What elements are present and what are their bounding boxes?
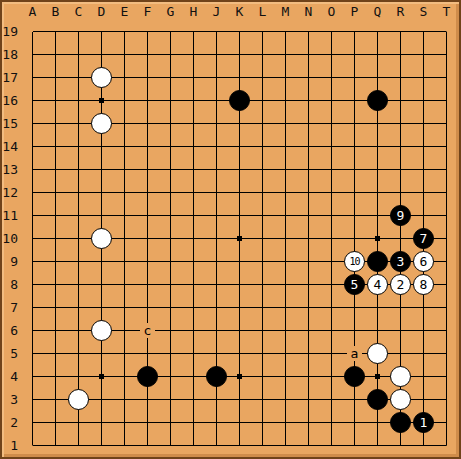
intersection-B4[interactable]	[44, 365, 67, 388]
intersection-K1[interactable]	[228, 434, 251, 457]
intersection-H16[interactable]	[182, 89, 205, 112]
intersection-R1[interactable]	[389, 434, 412, 457]
intersection-J2[interactable]	[205, 411, 228, 434]
intersection-C13[interactable]	[67, 158, 90, 181]
intersection-R11[interactable]: 9	[389, 204, 412, 227]
intersection-O16[interactable]	[320, 89, 343, 112]
intersection-Q1[interactable]	[366, 434, 389, 457]
intersection-O10[interactable]	[320, 227, 343, 250]
intersection-O12[interactable]	[320, 181, 343, 204]
intersection-J16[interactable]	[205, 89, 228, 112]
intersection-S10[interactable]: 7	[412, 227, 435, 250]
intersection-N6[interactable]	[297, 319, 320, 342]
intersection-F14[interactable]	[136, 135, 159, 158]
intersection-L11[interactable]	[251, 204, 274, 227]
intersection-N4[interactable]	[297, 365, 320, 388]
intersection-T8[interactable]	[435, 273, 458, 296]
intersection-L3[interactable]	[251, 388, 274, 411]
intersection-A19[interactable]	[21, 20, 44, 43]
intersection-A12[interactable]	[21, 181, 44, 204]
intersection-P15[interactable]	[343, 112, 366, 135]
intersection-K9[interactable]	[228, 250, 251, 273]
intersection-L4[interactable]	[251, 365, 274, 388]
intersection-R13[interactable]	[389, 158, 412, 181]
intersection-L14[interactable]	[251, 135, 274, 158]
intersection-B9[interactable]	[44, 250, 67, 273]
intersection-J15[interactable]	[205, 112, 228, 135]
intersection-D7[interactable]	[90, 296, 113, 319]
intersection-N18[interactable]	[297, 43, 320, 66]
intersection-B5[interactable]	[44, 342, 67, 365]
intersection-F12[interactable]	[136, 181, 159, 204]
intersection-R15[interactable]	[389, 112, 412, 135]
intersection-F17[interactable]	[136, 66, 159, 89]
intersection-P6[interactable]	[343, 319, 366, 342]
intersection-R10[interactable]	[389, 227, 412, 250]
intersection-K2[interactable]	[228, 411, 251, 434]
intersection-D2[interactable]	[90, 411, 113, 434]
intersection-T5[interactable]	[435, 342, 458, 365]
intersection-A2[interactable]	[21, 411, 44, 434]
intersection-B1[interactable]	[44, 434, 67, 457]
intersection-E9[interactable]	[113, 250, 136, 273]
intersection-A7[interactable]	[21, 296, 44, 319]
intersection-M4[interactable]	[274, 365, 297, 388]
intersection-H17[interactable]	[182, 66, 205, 89]
intersection-C14[interactable]	[67, 135, 90, 158]
intersection-S1[interactable]	[412, 434, 435, 457]
intersection-P19[interactable]	[343, 20, 366, 43]
intersection-J3[interactable]	[205, 388, 228, 411]
intersection-P3[interactable]	[343, 388, 366, 411]
intersection-T10[interactable]	[435, 227, 458, 250]
intersection-D14[interactable]	[90, 135, 113, 158]
intersection-K10[interactable]	[228, 227, 251, 250]
intersection-O9[interactable]	[320, 250, 343, 273]
intersection-J8[interactable]	[205, 273, 228, 296]
intersection-O4[interactable]	[320, 365, 343, 388]
intersection-H19[interactable]	[182, 20, 205, 43]
intersection-O14[interactable]	[320, 135, 343, 158]
intersection-Q5[interactable]	[366, 342, 389, 365]
intersection-G15[interactable]	[159, 112, 182, 135]
intersection-T4[interactable]	[435, 365, 458, 388]
intersection-N16[interactable]	[297, 89, 320, 112]
intersection-T12[interactable]	[435, 181, 458, 204]
intersection-H2[interactable]	[182, 411, 205, 434]
intersection-C9[interactable]	[67, 250, 90, 273]
intersection-K15[interactable]	[228, 112, 251, 135]
intersection-G17[interactable]	[159, 66, 182, 89]
intersection-M2[interactable]	[274, 411, 297, 434]
intersection-K18[interactable]	[228, 43, 251, 66]
intersection-O6[interactable]	[320, 319, 343, 342]
intersection-G2[interactable]	[159, 411, 182, 434]
intersection-P14[interactable]	[343, 135, 366, 158]
intersection-S11[interactable]	[412, 204, 435, 227]
intersection-Q19[interactable]	[366, 20, 389, 43]
intersection-C3[interactable]	[67, 388, 90, 411]
intersection-T18[interactable]	[435, 43, 458, 66]
intersection-B7[interactable]	[44, 296, 67, 319]
intersection-C8[interactable]	[67, 273, 90, 296]
intersection-C11[interactable]	[67, 204, 90, 227]
intersection-D1[interactable]	[90, 434, 113, 457]
intersection-H13[interactable]	[182, 158, 205, 181]
intersection-F7[interactable]	[136, 296, 159, 319]
intersection-P9[interactable]: 10	[343, 250, 366, 273]
intersection-K17[interactable]	[228, 66, 251, 89]
intersection-Q9[interactable]	[366, 250, 389, 273]
intersection-L2[interactable]	[251, 411, 274, 434]
intersection-F4[interactable]	[136, 365, 159, 388]
intersection-B3[interactable]	[44, 388, 67, 411]
intersection-O1[interactable]	[320, 434, 343, 457]
intersection-L16[interactable]	[251, 89, 274, 112]
intersection-G13[interactable]	[159, 158, 182, 181]
intersection-E5[interactable]	[113, 342, 136, 365]
intersection-P16[interactable]	[343, 89, 366, 112]
intersection-H5[interactable]	[182, 342, 205, 365]
intersection-D16[interactable]	[90, 89, 113, 112]
intersection-E14[interactable]	[113, 135, 136, 158]
intersection-B16[interactable]	[44, 89, 67, 112]
intersection-Q17[interactable]	[366, 66, 389, 89]
intersection-B2[interactable]	[44, 411, 67, 434]
intersection-D15[interactable]	[90, 112, 113, 135]
intersection-N13[interactable]	[297, 158, 320, 181]
intersection-F19[interactable]	[136, 20, 159, 43]
intersection-D18[interactable]	[90, 43, 113, 66]
intersection-F6[interactable]: c	[136, 319, 159, 342]
intersection-P8[interactable]: 5	[343, 273, 366, 296]
intersection-S7[interactable]	[412, 296, 435, 319]
intersection-E17[interactable]	[113, 66, 136, 89]
intersection-J11[interactable]	[205, 204, 228, 227]
intersection-S3[interactable]	[412, 388, 435, 411]
intersection-H18[interactable]	[182, 43, 205, 66]
intersection-P7[interactable]	[343, 296, 366, 319]
intersection-K13[interactable]	[228, 158, 251, 181]
intersection-M14[interactable]	[274, 135, 297, 158]
intersection-J14[interactable]	[205, 135, 228, 158]
intersection-A8[interactable]	[21, 273, 44, 296]
intersection-F15[interactable]	[136, 112, 159, 135]
intersection-P4[interactable]	[343, 365, 366, 388]
intersection-A16[interactable]	[21, 89, 44, 112]
intersection-H6[interactable]	[182, 319, 205, 342]
intersection-K19[interactable]	[228, 20, 251, 43]
intersection-S9[interactable]: 6	[412, 250, 435, 273]
intersection-R14[interactable]	[389, 135, 412, 158]
intersection-L8[interactable]	[251, 273, 274, 296]
intersection-T3[interactable]	[435, 388, 458, 411]
intersection-A9[interactable]	[21, 250, 44, 273]
intersection-E7[interactable]	[113, 296, 136, 319]
intersection-P12[interactable]	[343, 181, 366, 204]
intersection-A3[interactable]	[21, 388, 44, 411]
intersection-N2[interactable]	[297, 411, 320, 434]
intersection-Q12[interactable]	[366, 181, 389, 204]
intersection-L7[interactable]	[251, 296, 274, 319]
intersection-M7[interactable]	[274, 296, 297, 319]
intersection-K4[interactable]	[228, 365, 251, 388]
intersection-O3[interactable]	[320, 388, 343, 411]
intersection-F13[interactable]	[136, 158, 159, 181]
intersection-E10[interactable]	[113, 227, 136, 250]
intersection-L5[interactable]	[251, 342, 274, 365]
intersection-A18[interactable]	[21, 43, 44, 66]
intersection-F1[interactable]	[136, 434, 159, 457]
intersection-T16[interactable]	[435, 89, 458, 112]
intersection-H12[interactable]	[182, 181, 205, 204]
intersection-D10[interactable]	[90, 227, 113, 250]
intersection-R7[interactable]	[389, 296, 412, 319]
intersection-Q3[interactable]	[366, 388, 389, 411]
intersection-B19[interactable]	[44, 20, 67, 43]
intersection-P11[interactable]	[343, 204, 366, 227]
intersection-Q18[interactable]	[366, 43, 389, 66]
intersection-A5[interactable]	[21, 342, 44, 365]
intersection-D3[interactable]	[90, 388, 113, 411]
intersection-S5[interactable]	[412, 342, 435, 365]
intersection-M8[interactable]	[274, 273, 297, 296]
intersection-K16[interactable]	[228, 89, 251, 112]
intersection-L19[interactable]	[251, 20, 274, 43]
intersection-K8[interactable]	[228, 273, 251, 296]
intersection-C6[interactable]	[67, 319, 90, 342]
intersection-N7[interactable]	[297, 296, 320, 319]
intersection-B17[interactable]	[44, 66, 67, 89]
intersection-J6[interactable]	[205, 319, 228, 342]
intersection-C5[interactable]	[67, 342, 90, 365]
intersection-D4[interactable]	[90, 365, 113, 388]
intersection-J13[interactable]	[205, 158, 228, 181]
intersection-R18[interactable]	[389, 43, 412, 66]
intersection-J7[interactable]	[205, 296, 228, 319]
intersection-S6[interactable]	[412, 319, 435, 342]
intersection-M1[interactable]	[274, 434, 297, 457]
intersection-J1[interactable]	[205, 434, 228, 457]
intersection-C12[interactable]	[67, 181, 90, 204]
intersection-E15[interactable]	[113, 112, 136, 135]
intersection-F11[interactable]	[136, 204, 159, 227]
intersection-H10[interactable]	[182, 227, 205, 250]
intersection-E1[interactable]	[113, 434, 136, 457]
intersection-Q10[interactable]	[366, 227, 389, 250]
intersection-G16[interactable]	[159, 89, 182, 112]
intersection-N14[interactable]	[297, 135, 320, 158]
intersection-O19[interactable]	[320, 20, 343, 43]
intersection-J5[interactable]	[205, 342, 228, 365]
intersection-H9[interactable]	[182, 250, 205, 273]
intersection-M9[interactable]	[274, 250, 297, 273]
intersection-B14[interactable]	[44, 135, 67, 158]
intersection-D5[interactable]	[90, 342, 113, 365]
intersection-O2[interactable]	[320, 411, 343, 434]
intersection-M16[interactable]	[274, 89, 297, 112]
intersection-L18[interactable]	[251, 43, 274, 66]
intersection-N1[interactable]	[297, 434, 320, 457]
intersection-L1[interactable]	[251, 434, 274, 457]
intersection-P2[interactable]	[343, 411, 366, 434]
intersection-B18[interactable]	[44, 43, 67, 66]
intersection-K7[interactable]	[228, 296, 251, 319]
intersection-Q7[interactable]	[366, 296, 389, 319]
intersection-P1[interactable]	[343, 434, 366, 457]
intersection-R8[interactable]: 2	[389, 273, 412, 296]
intersection-B13[interactable]	[44, 158, 67, 181]
intersection-M17[interactable]	[274, 66, 297, 89]
intersection-F2[interactable]	[136, 411, 159, 434]
intersection-O5[interactable]	[320, 342, 343, 365]
intersection-O18[interactable]	[320, 43, 343, 66]
intersection-G9[interactable]	[159, 250, 182, 273]
intersection-H7[interactable]	[182, 296, 205, 319]
intersection-G1[interactable]	[159, 434, 182, 457]
intersection-D9[interactable]	[90, 250, 113, 273]
intersection-H1[interactable]	[182, 434, 205, 457]
intersection-G10[interactable]	[159, 227, 182, 250]
intersection-C7[interactable]	[67, 296, 90, 319]
intersection-N12[interactable]	[297, 181, 320, 204]
intersection-G4[interactable]	[159, 365, 182, 388]
intersection-G8[interactable]	[159, 273, 182, 296]
intersection-R4[interactable]	[389, 365, 412, 388]
intersection-E3[interactable]	[113, 388, 136, 411]
intersection-F8[interactable]	[136, 273, 159, 296]
intersection-N10[interactable]	[297, 227, 320, 250]
intersection-M12[interactable]	[274, 181, 297, 204]
intersection-D11[interactable]	[90, 204, 113, 227]
intersection-E18[interactable]	[113, 43, 136, 66]
intersection-G7[interactable]	[159, 296, 182, 319]
intersection-E19[interactable]	[113, 20, 136, 43]
intersection-D12[interactable]	[90, 181, 113, 204]
intersection-M11[interactable]	[274, 204, 297, 227]
intersection-Q15[interactable]	[366, 112, 389, 135]
intersection-R19[interactable]	[389, 20, 412, 43]
intersection-N5[interactable]	[297, 342, 320, 365]
intersection-J9[interactable]	[205, 250, 228, 273]
intersection-H14[interactable]	[182, 135, 205, 158]
intersection-S19[interactable]	[412, 20, 435, 43]
intersection-Q14[interactable]	[366, 135, 389, 158]
intersection-K14[interactable]	[228, 135, 251, 158]
intersection-Q6[interactable]	[366, 319, 389, 342]
intersection-N9[interactable]	[297, 250, 320, 273]
intersection-T11[interactable]	[435, 204, 458, 227]
intersection-O15[interactable]	[320, 112, 343, 135]
intersection-H4[interactable]	[182, 365, 205, 388]
intersection-J10[interactable]	[205, 227, 228, 250]
intersection-M19[interactable]	[274, 20, 297, 43]
intersection-L10[interactable]	[251, 227, 274, 250]
intersection-M3[interactable]	[274, 388, 297, 411]
intersection-D17[interactable]	[90, 66, 113, 89]
intersection-T1[interactable]	[435, 434, 458, 457]
intersection-O7[interactable]	[320, 296, 343, 319]
intersection-H3[interactable]	[182, 388, 205, 411]
intersection-R9[interactable]: 3	[389, 250, 412, 273]
intersection-S8[interactable]: 8	[412, 273, 435, 296]
intersection-S2[interactable]: 1	[412, 411, 435, 434]
intersection-T6[interactable]	[435, 319, 458, 342]
intersection-Q4[interactable]	[366, 365, 389, 388]
intersection-A17[interactable]	[21, 66, 44, 89]
intersection-R2[interactable]	[389, 411, 412, 434]
intersection-G6[interactable]	[159, 319, 182, 342]
intersection-R5[interactable]	[389, 342, 412, 365]
intersection-T2[interactable]	[435, 411, 458, 434]
intersection-B15[interactable]	[44, 112, 67, 135]
intersection-H11[interactable]	[182, 204, 205, 227]
intersection-T17[interactable]	[435, 66, 458, 89]
intersection-C2[interactable]	[67, 411, 90, 434]
intersection-N3[interactable]	[297, 388, 320, 411]
intersection-A11[interactable]	[21, 204, 44, 227]
intersection-G14[interactable]	[159, 135, 182, 158]
intersection-P10[interactable]	[343, 227, 366, 250]
intersection-L17[interactable]	[251, 66, 274, 89]
intersection-T15[interactable]	[435, 112, 458, 135]
intersection-D8[interactable]	[90, 273, 113, 296]
intersection-J18[interactable]	[205, 43, 228, 66]
intersection-P13[interactable]	[343, 158, 366, 181]
intersection-J12[interactable]	[205, 181, 228, 204]
intersection-Q11[interactable]	[366, 204, 389, 227]
intersection-G3[interactable]	[159, 388, 182, 411]
intersection-O8[interactable]	[320, 273, 343, 296]
intersection-E6[interactable]	[113, 319, 136, 342]
intersection-Q13[interactable]	[366, 158, 389, 181]
intersection-D6[interactable]	[90, 319, 113, 342]
intersection-A15[interactable]	[21, 112, 44, 135]
intersection-T9[interactable]	[435, 250, 458, 273]
intersection-L12[interactable]	[251, 181, 274, 204]
intersection-E11[interactable]	[113, 204, 136, 227]
intersection-A14[interactable]	[21, 135, 44, 158]
intersection-E13[interactable]	[113, 158, 136, 181]
intersection-D13[interactable]	[90, 158, 113, 181]
intersection-M5[interactable]	[274, 342, 297, 365]
intersection-K6[interactable]	[228, 319, 251, 342]
intersection-C18[interactable]	[67, 43, 90, 66]
intersection-R16[interactable]	[389, 89, 412, 112]
intersection-S13[interactable]	[412, 158, 435, 181]
intersection-G18[interactable]	[159, 43, 182, 66]
intersection-N19[interactable]	[297, 20, 320, 43]
intersection-P5[interactable]: a	[343, 342, 366, 365]
intersection-B8[interactable]	[44, 273, 67, 296]
intersection-C19[interactable]	[67, 20, 90, 43]
intersection-C1[interactable]	[67, 434, 90, 457]
intersection-G19[interactable]	[159, 20, 182, 43]
intersection-K3[interactable]	[228, 388, 251, 411]
intersection-P17[interactable]	[343, 66, 366, 89]
intersection-N11[interactable]	[297, 204, 320, 227]
intersection-S12[interactable]	[412, 181, 435, 204]
intersection-S17[interactable]	[412, 66, 435, 89]
intersection-C10[interactable]	[67, 227, 90, 250]
intersection-T14[interactable]	[435, 135, 458, 158]
intersection-N8[interactable]	[297, 273, 320, 296]
intersection-J4[interactable]	[205, 365, 228, 388]
intersection-D19[interactable]	[90, 20, 113, 43]
intersection-E8[interactable]	[113, 273, 136, 296]
intersection-H15[interactable]	[182, 112, 205, 135]
intersection-M18[interactable]	[274, 43, 297, 66]
